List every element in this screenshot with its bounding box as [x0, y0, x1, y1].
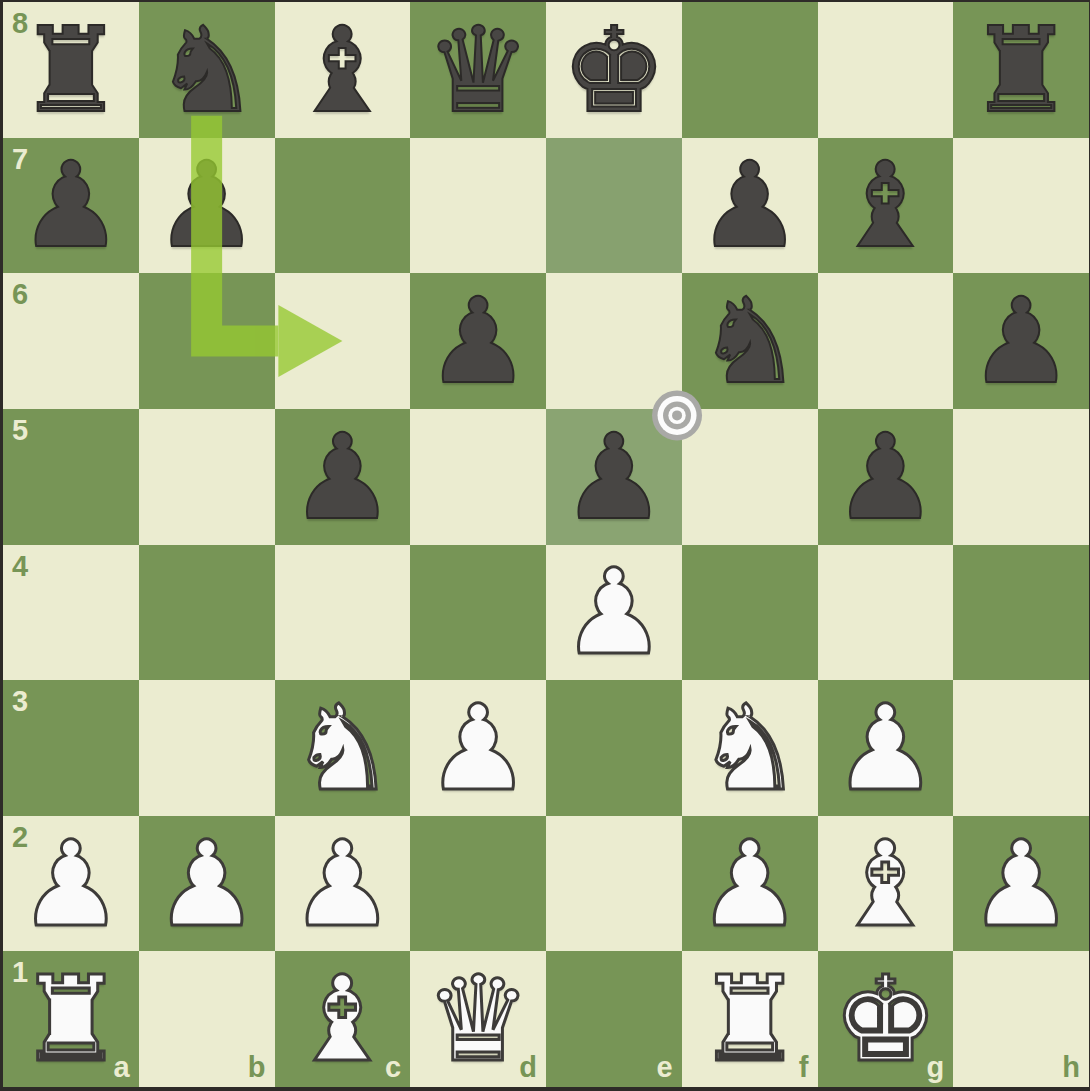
piece-black-pawn[interactable]: ♟	[682, 138, 818, 274]
piece-black-pawn[interactable]: ♟	[953, 273, 1089, 409]
square-c8[interactable]: ♝	[275, 2, 411, 138]
square-b7[interactable]: ♟	[139, 138, 275, 274]
square-h5[interactable]	[953, 409, 1089, 545]
square-b1[interactable]: b	[139, 951, 275, 1087]
square-h3[interactable]	[953, 680, 1089, 816]
piece-white-bishop[interactable]: ♝	[818, 816, 954, 952]
piece-white-pawn[interactable]: ♟	[3, 816, 139, 952]
square-h1[interactable]: h	[953, 951, 1089, 1087]
square-h7[interactable]	[953, 138, 1089, 274]
square-d2[interactable]	[410, 816, 546, 952]
piece-black-rook[interactable]: ♜	[953, 2, 1089, 138]
square-d7[interactable]	[410, 138, 546, 274]
square-f2[interactable]: ♟	[682, 816, 818, 952]
square-d3[interactable]: ♟	[410, 680, 546, 816]
square-c6[interactable]	[275, 273, 411, 409]
rank-label-4: 4	[12, 552, 28, 581]
square-b4[interactable]	[139, 545, 275, 681]
square-c2[interactable]: ♟	[275, 816, 411, 952]
piece-black-pawn[interactable]: ♟	[3, 138, 139, 274]
piece-black-knight[interactable]: ♞	[682, 273, 818, 409]
file-label-b: b	[248, 1053, 266, 1082]
piece-black-bishop[interactable]: ♝	[275, 2, 411, 138]
piece-black-king[interactable]: ♚	[546, 2, 682, 138]
square-f3[interactable]: ♞	[682, 680, 818, 816]
square-a3[interactable]: 3	[3, 680, 139, 816]
piece-white-pawn[interactable]: ♟	[682, 816, 818, 952]
rank-label-6: 6	[12, 280, 28, 309]
square-c4[interactable]	[275, 545, 411, 681]
square-a2[interactable]: 2♟	[3, 816, 139, 952]
square-c3[interactable]: ♞	[275, 680, 411, 816]
piece-white-pawn[interactable]: ♟	[818, 680, 954, 816]
square-g7[interactable]: ♝	[818, 138, 954, 274]
square-e4[interactable]: ♟	[546, 545, 682, 681]
square-b8[interactable]: ♞	[139, 2, 275, 138]
square-a8[interactable]: 8♜	[3, 2, 139, 138]
square-g4[interactable]	[818, 545, 954, 681]
square-h4[interactable]	[953, 545, 1089, 681]
square-a5[interactable]: 5	[3, 409, 139, 545]
piece-white-bishop[interactable]: ♝	[275, 951, 411, 1087]
piece-black-rook[interactable]: ♜	[3, 2, 139, 138]
square-a6[interactable]: 6	[3, 273, 139, 409]
piece-white-rook[interactable]: ♜	[3, 951, 139, 1087]
square-e3[interactable]	[546, 680, 682, 816]
square-e6[interactable]	[546, 273, 682, 409]
chess-board[interactable]: 8♜♞♝♛♚♜7♟♟♟♝6♟♞♟5♟♟♟4♟3♞♟♞♟2♟♟♟♟♝♟1a♜bc♝…	[3, 2, 1089, 1087]
piece-white-rook[interactable]: ♜	[682, 951, 818, 1087]
square-d6[interactable]: ♟	[410, 273, 546, 409]
square-e7[interactable]	[546, 138, 682, 274]
square-c5[interactable]: ♟	[275, 409, 411, 545]
piece-black-queen[interactable]: ♛	[410, 2, 546, 138]
piece-black-pawn[interactable]: ♟	[410, 273, 546, 409]
square-h2[interactable]: ♟	[953, 816, 1089, 952]
square-g6[interactable]	[818, 273, 954, 409]
piece-black-pawn[interactable]: ♟	[818, 409, 954, 545]
square-g3[interactable]: ♟	[818, 680, 954, 816]
piece-black-pawn[interactable]: ♟	[139, 138, 275, 274]
piece-black-bishop[interactable]: ♝	[818, 138, 954, 274]
square-b2[interactable]: ♟	[139, 816, 275, 952]
piece-black-pawn[interactable]: ♟	[546, 409, 682, 545]
square-d8[interactable]: ♛	[410, 2, 546, 138]
square-h8[interactable]: ♜	[953, 2, 1089, 138]
file-label-h: h	[1062, 1053, 1080, 1082]
piece-white-pawn[interactable]: ♟	[275, 816, 411, 952]
square-e2[interactable]	[546, 816, 682, 952]
square-c1[interactable]: c♝	[275, 951, 411, 1087]
square-f7[interactable]: ♟	[682, 138, 818, 274]
piece-white-king[interactable]: ♚	[818, 951, 954, 1087]
file-label-e: e	[657, 1053, 673, 1082]
square-g1[interactable]: g♚	[818, 951, 954, 1087]
square-b3[interactable]	[139, 680, 275, 816]
square-c7[interactable]	[275, 138, 411, 274]
square-f6[interactable]: ♞	[682, 273, 818, 409]
board-frame: 8♜♞♝♛♚♜7♟♟♟♝6♟♞♟5♟♟♟4♟3♞♟♞♟2♟♟♟♟♝♟1a♜bc♝…	[0, 0, 1090, 1091]
square-d4[interactable]	[410, 545, 546, 681]
piece-black-knight[interactable]: ♞	[139, 2, 275, 138]
piece-black-pawn[interactable]: ♟	[275, 409, 411, 545]
square-f8[interactable]	[682, 2, 818, 138]
square-e1[interactable]: e	[546, 951, 682, 1087]
piece-white-queen[interactable]: ♛	[410, 951, 546, 1087]
piece-white-knight[interactable]: ♞	[682, 680, 818, 816]
square-b5[interactable]	[139, 409, 275, 545]
square-h6[interactable]: ♟	[953, 273, 1089, 409]
piece-white-pawn[interactable]: ♟	[139, 816, 275, 952]
piece-white-pawn[interactable]: ♟	[546, 545, 682, 681]
square-d1[interactable]: d♛	[410, 951, 546, 1087]
piece-white-pawn[interactable]: ♟	[953, 816, 1089, 952]
square-d5[interactable]	[410, 409, 546, 545]
square-g2[interactable]: ♝	[818, 816, 954, 952]
rank-label-5: 5	[12, 416, 28, 445]
square-f1[interactable]: f♜	[682, 951, 818, 1087]
square-f4[interactable]	[682, 545, 818, 681]
rank-label-3: 3	[12, 687, 28, 716]
square-e5[interactable]: ♟	[546, 409, 682, 545]
square-f5[interactable]	[682, 409, 818, 545]
piece-white-knight[interactable]: ♞	[275, 680, 411, 816]
square-g5[interactable]: ♟	[818, 409, 954, 545]
square-a4[interactable]: 4	[3, 545, 139, 681]
square-a7[interactable]: 7♟	[3, 138, 139, 274]
square-g8[interactable]	[818, 2, 954, 138]
piece-white-pawn[interactable]: ♟	[410, 680, 546, 816]
square-b6[interactable]	[139, 273, 275, 409]
square-e8[interactable]: ♚	[546, 2, 682, 138]
square-a1[interactable]: 1a♜	[3, 951, 139, 1087]
